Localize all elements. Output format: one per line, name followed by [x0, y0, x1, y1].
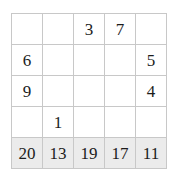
- cell-r4c1[interactable]: [12, 107, 42, 137]
- cell-r2c3[interactable]: [74, 45, 104, 75]
- cell-r2c4[interactable]: [105, 45, 135, 75]
- cell-r3c5-clue: 4: [136, 76, 166, 106]
- sum-cell-c4: 17: [105, 138, 135, 168]
- cell-r1c3-clue: 3: [74, 14, 104, 44]
- cell-r2c1-clue: 6: [12, 45, 42, 75]
- sum-cell-c5: 11: [136, 138, 166, 168]
- cell-r1c5[interactable]: [136, 14, 166, 44]
- cell-r4c2-clue: 1: [43, 107, 73, 137]
- cell-r3c4[interactable]: [105, 76, 135, 106]
- cell-r2c5-clue: 5: [136, 45, 166, 75]
- cell-r3c1-clue: 9: [12, 76, 42, 106]
- sum-cell-c2: 13: [43, 138, 73, 168]
- sum-cell-c3: 19: [74, 138, 104, 168]
- cell-r1c2[interactable]: [43, 14, 73, 44]
- cell-r4c4[interactable]: [105, 107, 135, 137]
- puzzle-grid: 3 7 6 5 9 4 1 20 13 19 17 11: [11, 13, 167, 169]
- cell-r1c4-clue: 7: [105, 14, 135, 44]
- sum-cell-c1: 20: [12, 138, 42, 168]
- cell-r3c2[interactable]: [43, 76, 73, 106]
- cell-r4c3[interactable]: [74, 107, 104, 137]
- cell-r2c2[interactable]: [43, 45, 73, 75]
- cell-r4c5[interactable]: [136, 107, 166, 137]
- cell-r3c3[interactable]: [74, 76, 104, 106]
- cell-r1c1[interactable]: [12, 14, 42, 44]
